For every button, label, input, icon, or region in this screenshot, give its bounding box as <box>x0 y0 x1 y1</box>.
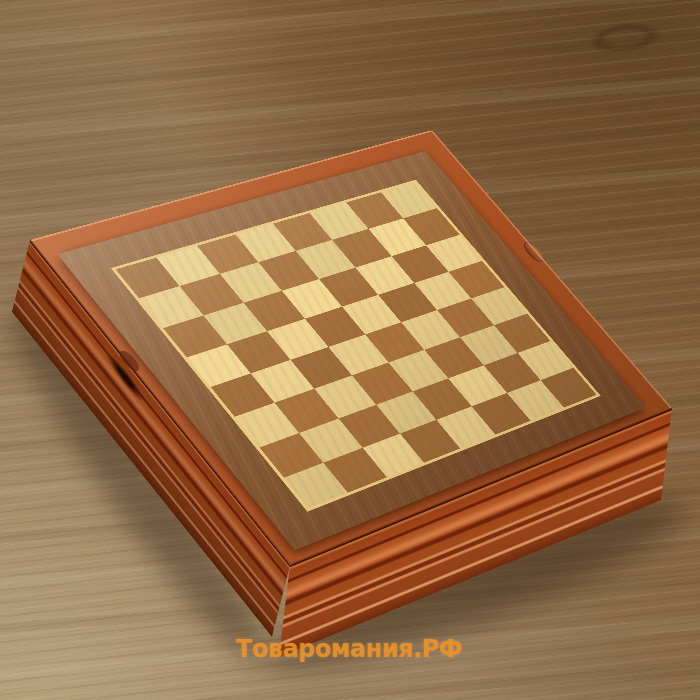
watermark-text: Товаромания.РФ <box>236 635 462 663</box>
product-photo: Товаромания.РФ <box>0 0 700 700</box>
